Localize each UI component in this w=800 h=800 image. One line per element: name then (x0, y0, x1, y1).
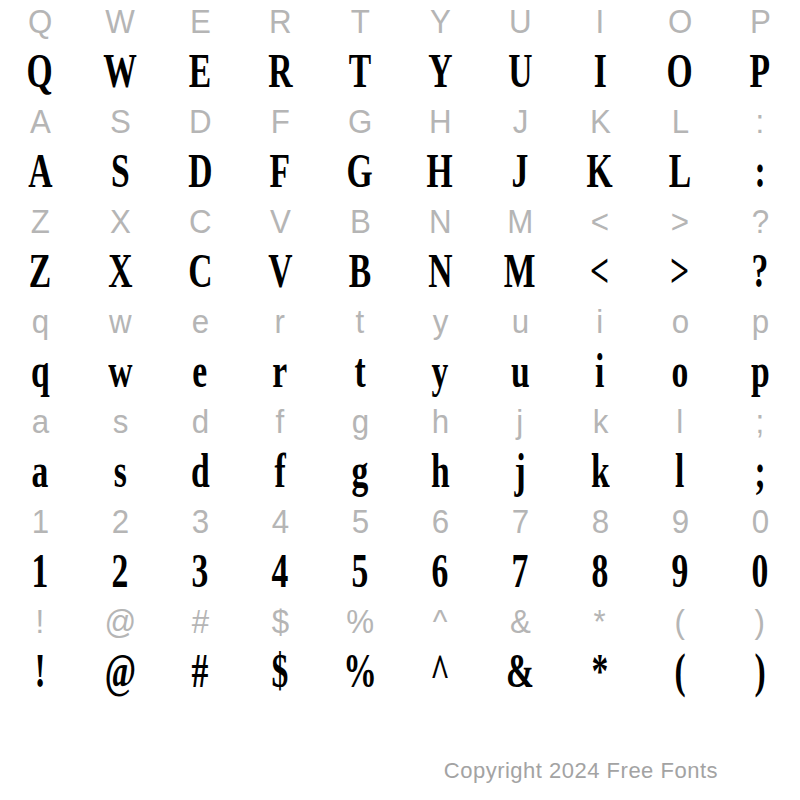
glyph-gray: $ (271, 604, 288, 638)
glyph-cell-r4-c9: ? (720, 200, 800, 242)
glyph-cell-r6-c4: t (320, 300, 400, 342)
glyph-cell-r6-c6: u (480, 300, 560, 342)
glyph-cell-r0-c9: P (720, 0, 800, 42)
glyph-cell-r2-c4: G (320, 100, 400, 142)
glyph-cell-r2-c9: : (720, 100, 800, 142)
glyph-black: T (349, 47, 371, 95)
glyph-black: D (188, 147, 212, 195)
glyph-gray: D (189, 104, 212, 138)
glyph-cell-r3-c9: : (720, 142, 800, 200)
glyph-cell-r2-c5: H (400, 100, 480, 142)
glyph-cell-r10-c0: 1 (0, 500, 80, 542)
glyph-black: ! (34, 647, 45, 695)
glyph-black: A (28, 147, 52, 195)
glyph-cell-r6-c3: r (240, 300, 320, 342)
glyph-cell-r5-c5: N (400, 242, 480, 300)
glyph-cell-r5-c2: C (160, 242, 240, 300)
glyph-cell-r9-c5: h (400, 442, 480, 500)
glyph-gray: 9 (671, 504, 688, 538)
glyph-cell-r5-c3: V (240, 242, 320, 300)
glyph-gray: e (191, 304, 208, 338)
glyph-cell-r12-c9: ) (720, 600, 800, 642)
glyph-gray: ( (675, 604, 685, 638)
glyph-black: * (592, 647, 609, 695)
glyph-cell-r0-c1: W (80, 0, 160, 42)
glyph-cell-r13-c7: * (560, 642, 640, 700)
glyph-cell-r8-c5: h (400, 400, 480, 442)
glyph-cell-r8-c6: j (480, 400, 560, 442)
glyph-black: 9 (672, 547, 689, 595)
glyph-cell-r7-c0: q (0, 342, 80, 400)
glyph-cell-r12-c3: $ (240, 600, 320, 642)
glyph-black: N (428, 247, 452, 295)
glyph-gray: a (31, 404, 48, 438)
glyph-cell-r12-c6: & (480, 600, 560, 642)
glyph-cell-r4-c0: Z (0, 200, 80, 242)
glyph-cell-r2-c3: F (240, 100, 320, 142)
glyph-cell-r3-c1: S (80, 142, 160, 200)
glyph-black: S (111, 147, 130, 195)
glyph-cell-r9-c2: d (160, 442, 240, 500)
glyph-black: 8 (592, 547, 609, 595)
glyph-cell-r13-c4: % (320, 642, 400, 700)
glyph-black: f (274, 447, 285, 495)
glyph-black: 3 (192, 547, 209, 595)
glyph-gray: ! (36, 604, 45, 638)
glyph-cell-r5-c0: Z (0, 242, 80, 300)
glyph-gray: t (356, 304, 365, 338)
glyph-cell-r12-c2: # (160, 600, 240, 642)
glyph-black: C (188, 247, 212, 295)
glyph-cell-r8-c0: a (0, 400, 80, 442)
glyph-cell-r5-c1: X (80, 242, 160, 300)
glyph-cell-r4-c5: N (400, 200, 480, 242)
glyph-cell-r2-c7: K (560, 100, 640, 142)
glyph-cell-r8-c1: s (80, 400, 160, 442)
glyph-gray: h (431, 404, 448, 438)
glyph-gray: H (429, 104, 452, 138)
glyph-cell-r1-c8: O (640, 42, 720, 100)
glyph-cell-r9-c8: l (640, 442, 720, 500)
glyph-black: & (506, 647, 534, 695)
glyph-cell-r13-c2: # (160, 642, 240, 700)
glyph-gray: M (507, 204, 533, 238)
glyph-cell-r11-c3: 4 (240, 542, 320, 600)
glyph-cell-r3-c3: F (240, 142, 320, 200)
glyph-gray: P (750, 4, 771, 38)
glyph-black: y (432, 347, 449, 395)
glyph-cell-r10-c2: 3 (160, 500, 240, 542)
glyph-cell-r3-c8: L (640, 142, 720, 200)
glyph-gray: ^ (433, 604, 448, 638)
glyph-gray: k (592, 404, 608, 438)
glyph-cell-r13-c3: $ (240, 642, 320, 700)
glyph-cell-r3-c6: J (480, 142, 560, 200)
glyph-cell-r6-c0: q (0, 300, 80, 342)
glyph-gray: E (190, 4, 211, 38)
glyph-cell-r5-c6: M (480, 242, 560, 300)
glyph-black: K (587, 147, 613, 195)
glyph-black: k (591, 447, 610, 495)
glyph-cell-r10-c5: 6 (400, 500, 480, 542)
glyph-cell-r4-c7: < (560, 200, 640, 242)
glyph-cell-r12-c7: * (560, 600, 640, 642)
glyph-cell-r0-c5: Y (400, 0, 480, 42)
glyph-cell-r11-c0: 1 (0, 542, 80, 600)
glyph-cell-r6-c1: w (80, 300, 160, 342)
glyph-black: U (508, 47, 532, 95)
glyph-gray: # (191, 604, 208, 638)
glyph-cell-r9-c4: g (320, 442, 400, 500)
glyph-black: q (31, 347, 50, 395)
glyph-gray: I (596, 4, 605, 38)
glyph-cell-r7-c9: p (720, 342, 800, 400)
glyph-gray: j (517, 404, 524, 438)
glyph-cell-r10-c7: 8 (560, 500, 640, 542)
glyph-black: ; (754, 447, 765, 495)
glyph-gray: A (30, 104, 51, 138)
glyph-black: < (590, 247, 609, 295)
glyph-gray: 8 (591, 504, 608, 538)
glyph-cell-r6-c8: o (640, 300, 720, 342)
glyph-cell-r0-c0: Q (0, 0, 80, 42)
glyph-cell-r5-c7: < (560, 242, 640, 300)
glyph-cell-r10-c8: 9 (640, 500, 720, 542)
glyph-black: j (514, 447, 525, 495)
glyph-cell-r7-c3: r (240, 342, 320, 400)
glyph-cell-r11-c2: 3 (160, 542, 240, 600)
glyph-gray: & (510, 604, 531, 638)
glyph-black: R (268, 47, 292, 95)
glyph-gray: i (597, 304, 604, 338)
glyph-black: W (103, 47, 137, 95)
glyph-cell-r10-c4: 5 (320, 500, 400, 542)
glyph-cell-r7-c7: i (560, 342, 640, 400)
glyph-black: 2 (112, 547, 129, 595)
glyph-cell-r8-c9: ; (720, 400, 800, 442)
glyph-cell-r9-c1: s (80, 442, 160, 500)
glyph-black: E (189, 47, 211, 95)
glyph-gray: 1 (31, 504, 48, 538)
glyph-gray: 5 (351, 504, 368, 538)
glyph-cell-r11-c9: 0 (720, 542, 800, 600)
glyph-gray: R (269, 4, 292, 38)
glyph-black: ? (752, 247, 769, 295)
glyph-gray: g (351, 404, 368, 438)
glyph-cell-r1-c1: W (80, 42, 160, 100)
glyph-black: > (670, 247, 689, 295)
glyph-cell-r9-c6: j (480, 442, 560, 500)
glyph-cell-r5-c9: ? (720, 242, 800, 300)
glyph-gray: ? (751, 204, 768, 238)
glyph-cell-r7-c2: e (160, 342, 240, 400)
glyph-cell-r13-c0: ! (0, 642, 80, 700)
glyph-cell-r6-c5: y (400, 300, 480, 342)
glyph-cell-r1-c5: Y (400, 42, 480, 100)
glyph-black: % (343, 647, 377, 695)
glyph-cell-r13-c8: ( (640, 642, 720, 700)
glyph-gray: Z (30, 204, 49, 238)
glyph-cell-r1-c2: E (160, 42, 240, 100)
glyph-cell-r11-c7: 8 (560, 542, 640, 600)
glyph-black: p (751, 347, 770, 395)
glyph-gray: Q (28, 4, 52, 38)
glyph-cell-r9-c7: k (560, 442, 640, 500)
glyph-black: e (193, 347, 208, 395)
glyph-black: ) (754, 647, 765, 695)
glyph-cell-r0-c3: R (240, 0, 320, 42)
glyph-cell-r9-c3: f (240, 442, 320, 500)
glyph-cell-r12-c0: ! (0, 600, 80, 642)
glyph-black: 7 (512, 547, 529, 595)
glyph-black: J (512, 147, 529, 195)
glyph-gray: l (677, 404, 684, 438)
glyph-cell-r8-c3: f (240, 400, 320, 442)
glyph-gray: O (668, 4, 692, 38)
glyph-cell-r4-c1: X (80, 200, 160, 242)
glyph-black: X (108, 247, 132, 295)
glyph-cell-r10-c1: 2 (80, 500, 160, 542)
glyph-black: H (427, 147, 453, 195)
glyph-gray: J (512, 104, 528, 138)
glyph-black: I (593, 47, 606, 95)
glyph-cell-r4-c3: V (240, 200, 320, 242)
glyph-cell-r4-c4: B (320, 200, 400, 242)
glyph-black: 0 (752, 547, 769, 595)
glyph-black: d (191, 447, 210, 495)
glyph-cell-r8-c7: k (560, 400, 640, 442)
glyph-gray: p (751, 304, 768, 338)
glyph-cell-r4-c2: C (160, 200, 240, 242)
glyph-gray: N (429, 204, 452, 238)
glyph-cell-r0-c4: T (320, 0, 400, 42)
glyph-gray: X (110, 204, 131, 238)
glyph-black: u (511, 347, 530, 395)
glyph-gray: o (671, 304, 688, 338)
glyph-cell-r12-c4: % (320, 600, 400, 642)
glyph-cell-r1-c0: Q (0, 42, 80, 100)
glyph-gray: : (756, 104, 765, 138)
glyph-black: $ (272, 647, 289, 695)
glyph-cell-r5-c8: > (640, 242, 720, 300)
glyph-cell-r13-c9: ) (720, 642, 800, 700)
glyph-cell-r2-c6: J (480, 100, 560, 142)
glyph-cell-r7-c6: u (480, 342, 560, 400)
glyph-black: : (754, 147, 765, 195)
glyph-black: 5 (352, 547, 369, 595)
glyph-black: a (32, 447, 49, 495)
glyph-cell-r3-c7: K (560, 142, 640, 200)
glyph-cell-r2-c1: S (80, 100, 160, 142)
glyph-cell-r11-c4: 5 (320, 542, 400, 600)
glyph-cell-r7-c1: w (80, 342, 160, 400)
glyph-black: 1 (32, 547, 49, 595)
glyph-gray: % (346, 604, 374, 638)
glyph-cell-r6-c2: e (160, 300, 240, 342)
glyph-gray: K (590, 104, 611, 138)
glyph-cell-r3-c5: H (400, 142, 480, 200)
glyph-gray: W (105, 4, 135, 38)
glyph-cell-r10-c6: 7 (480, 500, 560, 542)
glyph-gray: ; (756, 404, 765, 438)
glyph-cell-r11-c6: 7 (480, 542, 560, 600)
glyph-gray: w (109, 304, 132, 338)
glyph-gray: * (594, 604, 606, 638)
glyph-gray: 0 (751, 504, 768, 538)
glyph-black: l (675, 447, 684, 495)
glyph-cell-r1-c9: P (720, 42, 800, 100)
glyph-cell-r10-c9: 0 (720, 500, 800, 542)
glyph-gray: B (350, 204, 371, 238)
glyph-gray: T (350, 4, 369, 38)
glyph-cell-r3-c4: G (320, 142, 400, 200)
glyph-cell-r13-c5: ^ (400, 642, 480, 700)
copyright-text: Copyright 2024 Free Fonts (444, 758, 718, 784)
glyph-cell-r1-c6: U (480, 42, 560, 100)
glyph-cell-r10-c3: 4 (240, 500, 320, 542)
glyph-black: B (349, 247, 371, 295)
glyph-cell-r6-c7: i (560, 300, 640, 342)
glyph-cell-r12-c8: ( (640, 600, 720, 642)
glyph-cell-r3-c2: D (160, 142, 240, 200)
glyph-black: ( (674, 647, 685, 695)
glyph-gray: f (276, 404, 285, 438)
glyph-gray: 7 (511, 504, 528, 538)
glyph-gray: q (31, 304, 48, 338)
glyph-black: O (667, 47, 693, 95)
glyph-cell-r8-c4: g (320, 400, 400, 442)
glyph-cell-r1-c4: T (320, 42, 400, 100)
glyph-black: L (669, 147, 691, 195)
glyph-gray: d (191, 404, 208, 438)
glyph-cell-r9-c9: ; (720, 442, 800, 500)
glyph-cell-r6-c9: p (720, 300, 800, 342)
glyph-gray: V (270, 204, 291, 238)
glyph-gray: < (591, 204, 609, 238)
glyph-black: 4 (272, 547, 289, 595)
glyph-gray: 6 (431, 504, 448, 538)
glyph-cell-r4-c8: > (640, 200, 720, 242)
glyph-black: r (273, 347, 288, 395)
glyph-cell-r1-c3: R (240, 42, 320, 100)
glyph-cell-r7-c5: y (400, 342, 480, 400)
glyph-black: s (113, 447, 126, 495)
glyph-cell-r13-c6: & (480, 642, 560, 700)
glyph-gray: 3 (191, 504, 208, 538)
glyph-cell-r12-c5: ^ (400, 600, 480, 642)
glyph-cell-r0-c8: O (640, 0, 720, 42)
glyph-cell-r3-c0: A (0, 142, 80, 200)
glyph-black: M (504, 247, 536, 295)
glyph-black: t (354, 347, 365, 395)
glyph-cell-r11-c1: 2 (80, 542, 160, 600)
glyph-cell-r0-c7: I (560, 0, 640, 42)
glyph-black: h (431, 447, 450, 495)
glyph-black: Y (428, 47, 452, 95)
glyph-black: # (192, 647, 209, 695)
glyph-cell-r11-c8: 9 (640, 542, 720, 600)
glyph-black: Z (29, 247, 51, 295)
glyph-black: w (108, 347, 132, 395)
glyph-gray: @ (104, 604, 136, 638)
glyph-cell-r4-c6: M (480, 200, 560, 242)
glyph-gray: ) (755, 604, 765, 638)
font-specimen-grid: QWERTYUIOPQWERTYUIOPASDFGHJKL:ASDFGHJKL:… (0, 0, 800, 700)
glyph-gray: r (275, 304, 285, 338)
glyph-gray: > (671, 204, 689, 238)
glyph-cell-r2-c0: A (0, 100, 80, 142)
glyph-black: ^ (430, 647, 450, 695)
glyph-black: @ (104, 647, 135, 695)
glyph-cell-r2-c2: D (160, 100, 240, 142)
glyph-cell-r0-c6: U (480, 0, 560, 42)
glyph-gray: C (189, 204, 212, 238)
glyph-cell-r5-c4: B (320, 242, 400, 300)
glyph-gray: 4 (271, 504, 288, 538)
glyph-black: 6 (432, 547, 449, 595)
glyph-gray: S (110, 104, 131, 138)
glyph-cell-r7-c4: t (320, 342, 400, 400)
glyph-gray: y (432, 304, 448, 338)
glyph-black: G (347, 147, 373, 195)
glyph-gray: 2 (111, 504, 128, 538)
glyph-black: F (270, 147, 291, 195)
glyph-cell-r12-c1: @ (80, 600, 160, 642)
glyph-cell-r1-c7: I (560, 42, 640, 100)
glyph-cell-r7-c8: o (640, 342, 720, 400)
glyph-cell-r9-c0: a (0, 442, 80, 500)
glyph-gray: Y (430, 4, 451, 38)
glyph-black: o (672, 347, 689, 395)
glyph-black: i (595, 347, 604, 395)
glyph-gray: F (270, 104, 289, 138)
glyph-cell-r0-c2: E (160, 0, 240, 42)
glyph-cell-r11-c5: 6 (400, 542, 480, 600)
glyph-black: Q (27, 47, 53, 95)
glyph-gray: s (112, 404, 128, 438)
glyph-gray: u (511, 304, 528, 338)
glyph-cell-r8-c8: l (640, 400, 720, 442)
glyph-black: P (750, 47, 771, 95)
glyph-cell-r8-c2: d (160, 400, 240, 442)
glyph-black: V (268, 247, 292, 295)
glyph-gray: L (671, 104, 688, 138)
glyph-gray: G (348, 104, 372, 138)
glyph-black: g (352, 447, 369, 495)
glyph-gray: U (509, 4, 532, 38)
glyph-cell-r2-c8: L (640, 100, 720, 142)
glyph-cell-r13-c1: @ (80, 642, 160, 700)
